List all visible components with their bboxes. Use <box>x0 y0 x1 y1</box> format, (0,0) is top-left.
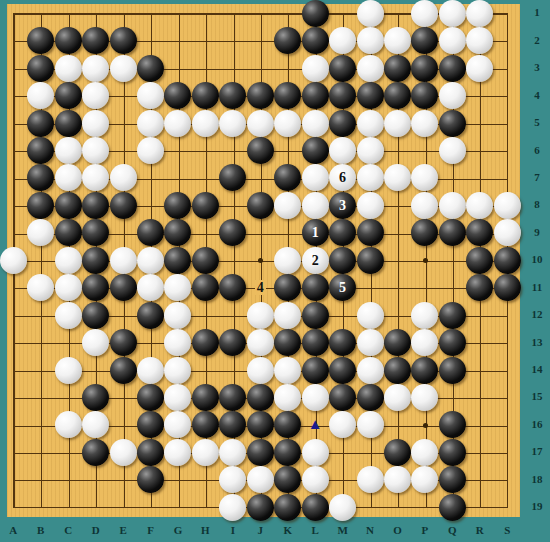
row-coordinate-label: 2 <box>527 34 547 46</box>
black-stone-Q13[interactable] <box>439 329 466 356</box>
black-stone-Q18[interactable] <box>439 466 466 493</box>
column-coordinate-label: H <box>195 524 215 536</box>
white-stone-E7[interactable] <box>110 164 137 191</box>
row-coordinate-label: 6 <box>527 144 547 156</box>
black-stone-D17[interactable] <box>82 439 109 466</box>
black-stone-B3[interactable] <box>27 55 54 82</box>
white-stone-D13[interactable] <box>82 329 109 356</box>
white-stone-C11[interactable] <box>55 274 82 301</box>
column-coordinate-label: F <box>141 524 161 536</box>
white-stone-F14[interactable] <box>137 357 164 384</box>
row-coordinate-label: 5 <box>527 116 547 128</box>
black-stone-O4[interactable] <box>384 82 411 109</box>
white-stone-L3[interactable] <box>302 55 329 82</box>
black-stone-Q9[interactable] <box>439 219 466 246</box>
white-stone-J14[interactable] <box>247 357 274 384</box>
white-stone-K15[interactable] <box>274 384 301 411</box>
black-stone-B5[interactable] <box>27 110 54 137</box>
column-coordinate-label: S <box>497 524 517 536</box>
column-coordinate-label: N <box>360 524 380 536</box>
white-stone-J13[interactable] <box>247 329 274 356</box>
black-stone-L19[interactable] <box>302 494 329 521</box>
column-coordinate-label: M <box>333 524 353 536</box>
white-stone-P5[interactable] <box>411 110 438 137</box>
white-stone-C3[interactable] <box>55 55 82 82</box>
row-coordinate-label: 13 <box>527 336 547 348</box>
black-stone-H8[interactable] <box>192 192 219 219</box>
white-stone-D6[interactable] <box>82 137 109 164</box>
black-stone-E14[interactable] <box>110 357 137 384</box>
white-stone-I5[interactable] <box>219 110 246 137</box>
black-stone-E13[interactable] <box>110 329 137 356</box>
white-stone-A10[interactable] <box>0 247 27 274</box>
white-stone-C12[interactable] <box>55 302 82 329</box>
white-stone-L15[interactable] <box>302 384 329 411</box>
white-stone-E10[interactable] <box>110 247 137 274</box>
white-stone-M6[interactable] <box>329 137 356 164</box>
black-stone-H4[interactable] <box>192 82 219 109</box>
column-coordinate-label: K <box>278 524 298 536</box>
white-stone-E17[interactable] <box>110 439 137 466</box>
white-stone-R1[interactable] <box>466 0 493 27</box>
black-stone-F17[interactable] <box>137 439 164 466</box>
white-stone-K8[interactable] <box>274 192 301 219</box>
black-stone-N10[interactable] <box>357 247 384 274</box>
black-stone-E2[interactable] <box>110 27 137 54</box>
white-stone-F10[interactable] <box>137 247 164 274</box>
black-stone-B8[interactable] <box>27 192 54 219</box>
black-stone-C8[interactable] <box>55 192 82 219</box>
white-stone-L10[interactable] <box>302 247 329 274</box>
black-stone-L12[interactable] <box>302 302 329 329</box>
column-coordinate-label: E <box>113 524 133 536</box>
black-stone-M3[interactable] <box>329 55 356 82</box>
black-stone-J4[interactable] <box>247 82 274 109</box>
black-stone-E8[interactable] <box>110 192 137 219</box>
white-stone-N18[interactable] <box>357 466 384 493</box>
black-stone-R10[interactable] <box>466 247 493 274</box>
black-stone-L9[interactable] <box>302 219 329 246</box>
black-stone-Q5[interactable] <box>439 110 466 137</box>
white-stone-F6[interactable] <box>137 137 164 164</box>
black-stone-Q12[interactable] <box>439 302 466 329</box>
black-stone-D15[interactable] <box>82 384 109 411</box>
black-stone-F3[interactable] <box>137 55 164 82</box>
black-stone-H11[interactable] <box>192 274 219 301</box>
black-stone-G10[interactable] <box>164 247 191 274</box>
white-stone-N7[interactable] <box>357 164 384 191</box>
white-stone-N2[interactable] <box>357 27 384 54</box>
row-coordinate-label: 18 <box>527 473 547 485</box>
black-stone-M5[interactable] <box>329 110 356 137</box>
black-stone-M8[interactable] <box>329 192 356 219</box>
white-stone-N16[interactable] <box>357 411 384 438</box>
black-stone-M10[interactable] <box>329 247 356 274</box>
black-stone-L2[interactable] <box>302 27 329 54</box>
white-stone-Q1[interactable] <box>439 0 466 27</box>
white-stone-F4[interactable] <box>137 82 164 109</box>
black-stone-E11[interactable] <box>110 274 137 301</box>
white-stone-G14[interactable] <box>164 357 191 384</box>
white-stone-C6[interactable] <box>55 137 82 164</box>
black-stone-J17[interactable] <box>247 439 274 466</box>
white-stone-K12[interactable] <box>274 302 301 329</box>
black-stone-F15[interactable] <box>137 384 164 411</box>
black-stone-J6[interactable] <box>247 137 274 164</box>
black-stone-L11[interactable] <box>302 274 329 301</box>
white-stone-Q2[interactable] <box>439 27 466 54</box>
column-coordinate-label: L <box>305 524 325 536</box>
row-coordinate-label: 8 <box>527 198 547 210</box>
black-stone-O17[interactable] <box>384 439 411 466</box>
white-stone-C14[interactable] <box>55 357 82 384</box>
black-stone-S10[interactable] <box>494 247 521 274</box>
row-coordinate-label: 17 <box>527 445 547 457</box>
black-stone-O3[interactable] <box>384 55 411 82</box>
white-stone-J5[interactable] <box>247 110 274 137</box>
white-stone-N3[interactable] <box>357 55 384 82</box>
black-stone-S11[interactable] <box>494 274 521 301</box>
white-stone-K14[interactable] <box>274 357 301 384</box>
white-stone-O2[interactable] <box>384 27 411 54</box>
black-stone-Q3[interactable] <box>439 55 466 82</box>
black-stone-O13[interactable] <box>384 329 411 356</box>
white-stone-P12[interactable] <box>411 302 438 329</box>
black-stone-H15[interactable] <box>192 384 219 411</box>
white-stone-H5[interactable] <box>192 110 219 137</box>
black-stone-K19[interactable] <box>274 494 301 521</box>
white-stone-J18[interactable] <box>247 466 274 493</box>
white-stone-R3[interactable] <box>466 55 493 82</box>
white-stone-N1[interactable] <box>357 0 384 27</box>
black-stone-M15[interactable] <box>329 384 356 411</box>
black-stone-C9[interactable] <box>55 219 82 246</box>
black-stone-H13[interactable] <box>192 329 219 356</box>
black-stone-O14[interactable] <box>384 357 411 384</box>
white-stone-O5[interactable] <box>384 110 411 137</box>
white-stone-C16[interactable] <box>55 411 82 438</box>
white-stone-H17[interactable] <box>192 439 219 466</box>
black-stone-J19[interactable] <box>247 494 274 521</box>
white-stone-F5[interactable] <box>137 110 164 137</box>
black-stone-L1[interactable] <box>302 0 329 27</box>
black-stone-M4[interactable] <box>329 82 356 109</box>
black-stone-P14[interactable] <box>411 357 438 384</box>
black-stone-J16[interactable] <box>247 411 274 438</box>
column-coordinate-label: D <box>86 524 106 536</box>
row-coordinate-label: 9 <box>527 226 547 238</box>
white-stone-S9[interactable] <box>494 219 521 246</box>
white-stone-L18[interactable] <box>302 466 329 493</box>
white-stone-Q4[interactable] <box>439 82 466 109</box>
black-stone-F12[interactable] <box>137 302 164 329</box>
white-stone-O15[interactable] <box>384 384 411 411</box>
row-coordinate-label: 3 <box>527 61 547 73</box>
row-coordinate-label: 10 <box>527 253 547 265</box>
black-stone-J8[interactable] <box>247 192 274 219</box>
white-stone-Q8[interactable] <box>439 192 466 219</box>
column-coordinate-label: P <box>415 524 435 536</box>
white-stone-C7[interactable] <box>55 164 82 191</box>
white-stone-L8[interactable] <box>302 192 329 219</box>
black-stone-M14[interactable] <box>329 357 356 384</box>
white-stone-K10[interactable] <box>274 247 301 274</box>
white-stone-I17[interactable] <box>219 439 246 466</box>
column-coordinate-label: G <box>168 524 188 536</box>
black-stone-L4[interactable] <box>302 82 329 109</box>
white-stone-C10[interactable] <box>55 247 82 274</box>
white-stone-N13[interactable] <box>357 329 384 356</box>
black-stone-Q17[interactable] <box>439 439 466 466</box>
go-kifu-viewer: 123456▲ ABCDEFGHIJKLMNOPQRS1234567891011… <box>0 0 550 542</box>
white-stone-J12[interactable] <box>247 302 274 329</box>
black-stone-C2[interactable] <box>55 27 82 54</box>
white-stone-G12[interactable] <box>164 302 191 329</box>
black-stone-L13[interactable] <box>302 329 329 356</box>
row-coordinate-label: 12 <box>527 308 547 320</box>
column-coordinate-label: Q <box>442 524 462 536</box>
black-stone-C4[interactable] <box>55 82 82 109</box>
black-stone-D8[interactable] <box>82 192 109 219</box>
white-stone-M19[interactable] <box>329 494 356 521</box>
column-coordinate-label: B <box>31 524 51 536</box>
black-stone-P3[interactable] <box>411 55 438 82</box>
black-stone-N15[interactable] <box>357 384 384 411</box>
row-coordinate-label: 11 <box>527 281 547 293</box>
row-coordinate-label: 15 <box>527 390 547 402</box>
white-stone-L7[interactable] <box>302 164 329 191</box>
white-stone-N14[interactable] <box>357 357 384 384</box>
row-coordinate-label: 19 <box>527 500 547 512</box>
white-stone-K5[interactable] <box>274 110 301 137</box>
column-coordinate-label: R <box>470 524 490 536</box>
black-stone-M13[interactable] <box>329 329 356 356</box>
black-stone-J15[interactable] <box>247 384 274 411</box>
black-stone-Q19[interactable] <box>439 494 466 521</box>
black-stone-N4[interactable] <box>357 82 384 109</box>
white-stone-Q6[interactable] <box>439 137 466 164</box>
row-coordinate-label: 4 <box>527 89 547 101</box>
white-stone-N8[interactable] <box>357 192 384 219</box>
column-coordinate-label: O <box>387 524 407 536</box>
go-board[interactable]: 123456▲ <box>7 4 520 517</box>
black-stone-H10[interactable] <box>192 247 219 274</box>
white-stone-E3[interactable] <box>110 55 137 82</box>
black-stone-L14[interactable] <box>302 357 329 384</box>
black-stone-L6[interactable] <box>302 137 329 164</box>
column-coordinate-label: C <box>58 524 78 536</box>
black-stone-D12[interactable] <box>82 302 109 329</box>
row-coordinate-label: 1 <box>527 6 547 18</box>
black-stone-K17[interactable] <box>274 439 301 466</box>
black-stone-N9[interactable] <box>357 219 384 246</box>
white-stone-N6[interactable] <box>357 137 384 164</box>
white-stone-S8[interactable] <box>494 192 521 219</box>
white-stone-R8[interactable] <box>466 192 493 219</box>
white-stone-L17[interactable] <box>302 439 329 466</box>
black-stone-D10[interactable] <box>82 247 109 274</box>
row-coordinate-label: 14 <box>527 363 547 375</box>
row-coordinate-label: 7 <box>527 171 547 183</box>
black-stone-Q14[interactable] <box>439 357 466 384</box>
column-coordinate-label: A <box>3 524 23 536</box>
white-stone-D3[interactable] <box>82 55 109 82</box>
white-stone-N5[interactable] <box>357 110 384 137</box>
white-stone-N12[interactable] <box>357 302 384 329</box>
white-stone-I19[interactable] <box>219 494 246 521</box>
black-stone-C5[interactable] <box>55 110 82 137</box>
star-point <box>423 423 428 428</box>
white-stone-L5[interactable] <box>302 110 329 137</box>
column-coordinate-label: I <box>223 524 243 536</box>
white-stone-D5[interactable] <box>82 110 109 137</box>
white-stone-F11[interactable] <box>137 274 164 301</box>
column-coordinate-label: J <box>250 524 270 536</box>
row-coordinate-label: 16 <box>527 418 547 430</box>
white-stone-G5[interactable] <box>164 110 191 137</box>
